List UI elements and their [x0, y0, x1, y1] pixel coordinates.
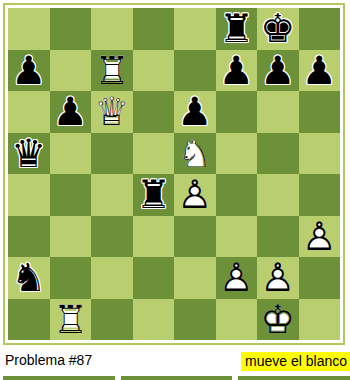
square-c5 — [91, 133, 133, 175]
square-a6 — [8, 91, 50, 133]
square-g1: ♚♔ — [257, 299, 299, 341]
square-f6 — [216, 91, 258, 133]
white-rook-c7: ♖ — [91, 50, 133, 92]
square-f3 — [216, 216, 258, 258]
square-h8 — [299, 8, 341, 50]
square-g2: ♟♙ — [257, 257, 299, 299]
black-pawn-f7: ♟ — [216, 50, 258, 92]
white-pawn-g2: ♙ — [257, 257, 299, 299]
square-f5 — [216, 133, 258, 175]
square-e7 — [174, 50, 216, 92]
square-d3 — [133, 216, 175, 258]
square-d4: ♜ — [133, 174, 175, 216]
white-pawn-f2-fill: ♟ — [216, 257, 258, 299]
white-pawn-e4: ♙ — [174, 174, 216, 216]
square-f4 — [216, 174, 258, 216]
square-c7: ♜♖ — [91, 50, 133, 92]
square-a4 — [8, 174, 50, 216]
square-c4 — [91, 174, 133, 216]
white-pawn-e4-fill: ♟ — [174, 174, 216, 216]
square-h7: ♟ — [299, 50, 341, 92]
square-d5 — [133, 133, 175, 175]
chess-board: ♜♚♟♜♖♟♟♟♟♛♕♟♛♞♘♜♟♙♟♙♞♟♙♟♙♜♖♚♔ — [8, 8, 340, 340]
white-pawn-f2: ♙ — [216, 257, 258, 299]
square-e6: ♟ — [174, 91, 216, 133]
square-h1 — [299, 299, 341, 341]
square-a5: ♛ — [8, 133, 50, 175]
black-knight-a2: ♞ — [8, 257, 50, 299]
white-knight-e5-fill: ♞ — [174, 133, 216, 175]
square-c2 — [91, 257, 133, 299]
square-f2: ♟♙ — [216, 257, 258, 299]
square-e5: ♞♘ — [174, 133, 216, 175]
square-f7: ♟ — [216, 50, 258, 92]
white-pawn-h3-fill: ♟ — [299, 216, 341, 258]
square-b3 — [50, 216, 92, 258]
square-g7: ♟ — [257, 50, 299, 92]
square-e8 — [174, 8, 216, 50]
square-f1 — [216, 299, 258, 341]
square-b6: ♟ — [50, 91, 92, 133]
square-a8 — [8, 8, 50, 50]
white-pawn-h3: ♙ — [299, 216, 341, 258]
square-g8: ♚ — [257, 8, 299, 50]
white-knight-e5: ♘ — [174, 133, 216, 175]
black-pawn-e6: ♟ — [174, 91, 216, 133]
black-king-g8: ♚ — [257, 8, 299, 50]
square-h4 — [299, 174, 341, 216]
square-b5 — [50, 133, 92, 175]
black-rook-f8: ♜ — [216, 8, 258, 50]
square-g6 — [257, 91, 299, 133]
square-h5 — [299, 133, 341, 175]
black-pawn-a7: ♟ — [8, 50, 50, 92]
square-b1: ♜♖ — [50, 299, 92, 341]
square-d2 — [133, 257, 175, 299]
square-c3 — [91, 216, 133, 258]
square-d7 — [133, 50, 175, 92]
square-c8 — [91, 8, 133, 50]
white-king-g1-fill: ♚ — [257, 299, 299, 341]
black-pawn-g7: ♟ — [257, 50, 299, 92]
square-a3 — [8, 216, 50, 258]
square-d1 — [133, 299, 175, 341]
table-cell-top-3 — [238, 376, 350, 380]
square-h6 — [299, 91, 341, 133]
square-a7: ♟ — [8, 50, 50, 92]
side-to-move-badge: mueve el blanco — [241, 352, 350, 371]
problem-number-label: Problema #87 — [5, 352, 92, 368]
square-f8: ♜ — [216, 8, 258, 50]
square-g5 — [257, 133, 299, 175]
square-c1 — [91, 299, 133, 341]
board-frame: ♜♚♟♜♖♟♟♟♟♛♕♟♛♞♘♜♟♙♟♙♞♟♙♟♙♜♖♚♔ — [3, 3, 345, 345]
cropped-table-row — [3, 376, 350, 380]
white-queen-c6-fill: ♛ — [91, 91, 133, 133]
square-d8 — [133, 8, 175, 50]
square-b2 — [50, 257, 92, 299]
caption-row: Problema #87 mueve el blanco — [5, 352, 350, 371]
square-b4 — [50, 174, 92, 216]
square-e2 — [174, 257, 216, 299]
white-rook-b1: ♖ — [50, 299, 92, 341]
white-queen-c6: ♕ — [91, 91, 133, 133]
black-pawn-h7: ♟ — [299, 50, 341, 92]
square-d6 — [133, 91, 175, 133]
table-cell-top-1 — [3, 376, 115, 380]
white-rook-b1-fill: ♜ — [50, 299, 92, 341]
square-c6: ♛♕ — [91, 91, 133, 133]
white-pawn-g2-fill: ♟ — [257, 257, 299, 299]
white-rook-c7-fill: ♜ — [91, 50, 133, 92]
square-g4 — [257, 174, 299, 216]
square-h2 — [299, 257, 341, 299]
table-cell-top-2 — [121, 376, 233, 380]
black-rook-d4: ♜ — [133, 174, 175, 216]
square-h3: ♟♙ — [299, 216, 341, 258]
square-e1 — [174, 299, 216, 341]
black-queen-a5: ♛ — [8, 133, 50, 175]
black-pawn-b6: ♟ — [50, 91, 92, 133]
square-g3 — [257, 216, 299, 258]
square-a2: ♞ — [8, 257, 50, 299]
square-b8 — [50, 8, 92, 50]
square-e3 — [174, 216, 216, 258]
white-king-g1: ♔ — [257, 299, 299, 341]
square-a1 — [8, 299, 50, 341]
square-e4: ♟♙ — [174, 174, 216, 216]
square-b7 — [50, 50, 92, 92]
